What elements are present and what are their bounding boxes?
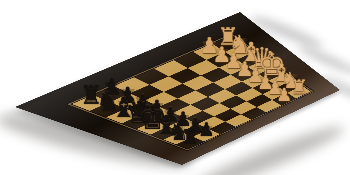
board-squares [72,36,311,149]
chess-set-photo: ♜♜♟♟♞♞♝♝♟♟♛♛♟♟♚♚♟♟♝♝♟♟♞♞♟♟♜♜♟♟♟♟♟♟♟♟♜♜♟♟… [0,0,350,175]
